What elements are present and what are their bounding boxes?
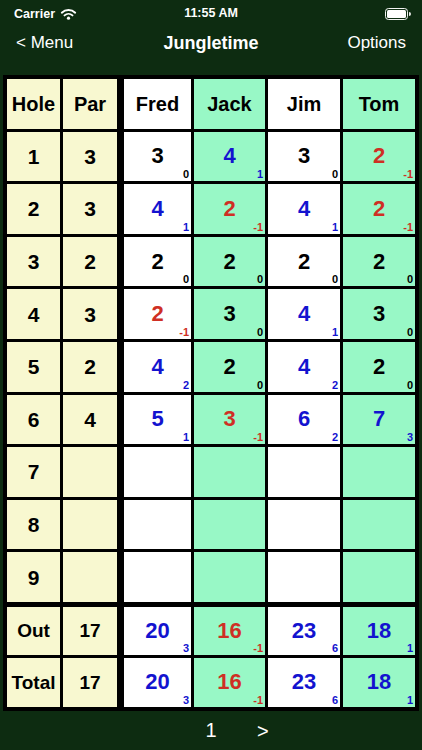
score-value: 2 <box>223 251 235 273</box>
score-cell[interactable]: 73 <box>343 395 415 445</box>
score-to-par: 6 <box>332 695 338 706</box>
score-value: 3 <box>223 408 235 430</box>
score-to-par: -1 <box>253 222 263 233</box>
score-cell: 16-1 <box>194 605 265 655</box>
score-cell[interactable]: 20 <box>343 342 415 392</box>
score-to-par: 0 <box>257 380 263 391</box>
status-bar: Carrier 11:55 AM <box>0 0 422 24</box>
score-to-par: 0 <box>332 169 338 180</box>
score-to-par: 2 <box>332 432 338 443</box>
score-value: 18 <box>367 671 391 693</box>
score-to-par: 6 <box>332 643 338 654</box>
scorecard-grid: HoleParFredJackJimTom133041302-123412-14… <box>3 75 419 711</box>
par-cell: 2 <box>63 237 117 287</box>
score-value: 5 <box>151 408 163 430</box>
score-cell[interactable] <box>194 500 265 550</box>
label-text: 5 <box>28 356 40 377</box>
score-to-par: -1 <box>253 643 263 654</box>
hole-cell: 7 <box>7 447 60 497</box>
score-to-par: 3 <box>407 432 413 443</box>
score-to-par: 3 <box>183 695 189 706</box>
score-value: 4 <box>298 198 310 220</box>
score-cell[interactable]: 51 <box>120 395 191 445</box>
hole-cell: Total <box>7 658 60 708</box>
score-cell: 16-1 <box>194 658 265 708</box>
par-cell: 17 <box>63 658 117 708</box>
score-cell[interactable] <box>268 447 340 497</box>
label-text: 7 <box>28 461 40 482</box>
score-value: 7 <box>373 408 385 430</box>
score-cell[interactable]: 3-1 <box>194 395 265 445</box>
next-page-button[interactable]: > <box>251 718 275 743</box>
score-to-par: 1 <box>407 695 413 706</box>
par-cell <box>63 500 117 550</box>
score-value: 16 <box>217 620 241 642</box>
score-to-par: 1 <box>257 169 263 180</box>
score-cell[interactable] <box>120 447 191 497</box>
label-text: Fred <box>136 94 179 114</box>
label-text: 17 <box>79 673 100 692</box>
score-cell[interactable]: 62 <box>268 395 340 445</box>
par-cell: 3 <box>63 289 117 339</box>
score-value: 3 <box>373 303 385 325</box>
par-cell: 17 <box>63 605 117 655</box>
hole-cell: 2 <box>7 184 60 234</box>
label-text: Jack <box>207 94 252 114</box>
score-cell[interactable]: 20 <box>268 237 340 287</box>
score-to-par: 3 <box>183 643 189 654</box>
score-to-par: 0 <box>183 169 189 180</box>
score-value: 6 <box>298 408 310 430</box>
hole-cell: 5 <box>7 342 60 392</box>
par-cell: 3 <box>63 132 117 182</box>
par-cell: 3 <box>63 184 117 234</box>
page-number: 1 <box>205 719 216 742</box>
score-value: 18 <box>367 620 391 642</box>
label-text: 4 <box>84 409 96 430</box>
column-header-fred: Fred <box>120 79 191 129</box>
score-to-par: 0 <box>257 274 263 285</box>
hole-cell: 3 <box>7 237 60 287</box>
score-cell[interactable]: 20 <box>194 237 265 287</box>
score-cell[interactable] <box>343 500 415 550</box>
score-value: 20 <box>145 671 169 693</box>
score-to-par: -1 <box>179 327 189 338</box>
label-text: Tom <box>359 94 400 114</box>
score-to-par: 0 <box>332 274 338 285</box>
label-text: 2 <box>84 251 96 272</box>
score-value: 2 <box>223 356 235 378</box>
score-cell: 203 <box>120 605 191 655</box>
score-to-par: 0 <box>257 327 263 338</box>
label-text: 9 <box>28 567 40 588</box>
score-cell: 236 <box>268 605 340 655</box>
score-cell[interactable]: 30 <box>268 132 340 182</box>
label-text: 1 <box>28 146 40 167</box>
label-text: 8 <box>28 514 40 535</box>
label-text: 2 <box>84 356 96 377</box>
score-to-par: 1 <box>332 327 338 338</box>
hole-cell: 8 <box>7 500 60 550</box>
score-value: 4 <box>223 145 235 167</box>
score-cell[interactable]: 41 <box>268 184 340 234</box>
label-text: 6 <box>28 409 40 430</box>
score-value: 2 <box>373 145 385 167</box>
score-to-par: 2 <box>332 380 338 391</box>
score-cell[interactable] <box>343 552 415 602</box>
column-header-jim: Jim <box>268 79 340 129</box>
score-to-par: 1 <box>183 432 189 443</box>
score-value: 2 <box>151 251 163 273</box>
score-cell: 181 <box>343 605 415 655</box>
score-value: 2 <box>373 356 385 378</box>
score-value: 3 <box>151 145 163 167</box>
score-cell[interactable]: 41 <box>120 184 191 234</box>
score-value: 2 <box>223 198 235 220</box>
score-cell[interactable]: 2-1 <box>343 132 415 182</box>
score-cell[interactable]: 20 <box>120 237 191 287</box>
label-text: 3 <box>28 251 40 272</box>
score-value: 3 <box>298 145 310 167</box>
score-value: 4 <box>298 303 310 325</box>
score-cell[interactable] <box>343 447 415 497</box>
score-cell: 181 <box>343 658 415 708</box>
label-text: 17 <box>79 621 100 640</box>
score-cell[interactable]: 30 <box>194 289 265 339</box>
menu-back-button[interactable]: < Menu <box>16 33 73 53</box>
score-to-par: -1 <box>403 169 413 180</box>
column-header-par: Par <box>63 79 117 129</box>
options-button[interactable]: Options <box>347 33 406 53</box>
battery-icon <box>385 8 408 20</box>
score-cell[interactable] <box>120 552 191 602</box>
score-cell[interactable]: 41 <box>194 132 265 182</box>
score-cell[interactable]: 2-1 <box>120 289 191 339</box>
score-cell[interactable]: 30 <box>120 132 191 182</box>
score-to-par: 0 <box>407 380 413 391</box>
page-bar: 1 > <box>0 711 422 750</box>
label-text: 3 <box>84 304 96 325</box>
score-cell[interactable]: 41 <box>268 289 340 339</box>
score-to-par: 1 <box>332 222 338 233</box>
label-text: 2 <box>28 198 40 219</box>
score-cell[interactable]: 20 <box>194 342 265 392</box>
hole-cell: Out <box>7 605 60 655</box>
score-value: 16 <box>217 671 241 693</box>
score-value: 3 <box>223 303 235 325</box>
score-cell[interactable] <box>120 500 191 550</box>
app-root: Carrier 11:55 AM Jungletime < Menu Optio… <box>0 0 422 750</box>
score-to-par: 0 <box>407 274 413 285</box>
score-to-par: -1 <box>253 695 263 706</box>
label-text: 3 <box>84 146 96 167</box>
score-to-par: -1 <box>253 432 263 443</box>
score-value: 23 <box>292 671 316 693</box>
score-cell[interactable]: 42 <box>120 342 191 392</box>
score-value: 2 <box>373 251 385 273</box>
par-cell: 4 <box>63 395 117 445</box>
score-cell[interactable] <box>194 552 265 602</box>
hole-cell: 1 <box>7 132 60 182</box>
par-cell <box>63 447 117 497</box>
column-header-hole: Hole <box>7 79 60 129</box>
score-to-par: 0 <box>183 274 189 285</box>
par-cell: 2 <box>63 342 117 392</box>
score-cell: 236 <box>268 658 340 708</box>
score-cell[interactable]: 20 <box>343 237 415 287</box>
score-cell[interactable] <box>268 500 340 550</box>
hole-cell: 6 <box>7 395 60 445</box>
score-to-par: 1 <box>183 222 189 233</box>
score-to-par: 1 <box>407 643 413 654</box>
label-text: Out <box>17 621 50 640</box>
score-cell: 203 <box>120 658 191 708</box>
score-cell[interactable]: 2-1 <box>194 184 265 234</box>
column-header-jack: Jack <box>194 79 265 129</box>
score-value: 2 <box>151 303 163 325</box>
nav-bar: Jungletime < Menu Options <box>0 24 422 62</box>
score-cell[interactable]: 42 <box>268 342 340 392</box>
label-text: 4 <box>28 304 40 325</box>
score-cell[interactable] <box>268 552 340 602</box>
status-time: 11:55 AM <box>0 6 422 20</box>
column-header-tom: Tom <box>343 79 415 129</box>
par-cell <box>63 552 117 602</box>
score-to-par: -1 <box>403 222 413 233</box>
hole-cell: 9 <box>7 552 60 602</box>
score-cell[interactable]: 30 <box>343 289 415 339</box>
score-cell[interactable]: 2-1 <box>343 184 415 234</box>
hole-cell: 4 <box>7 289 60 339</box>
score-to-par: 0 <box>407 327 413 338</box>
score-value: 4 <box>151 198 163 220</box>
label-text: Jim <box>287 94 321 114</box>
score-to-par: 2 <box>183 380 189 391</box>
label-text: Hole <box>12 94 55 114</box>
score-cell[interactable] <box>194 447 265 497</box>
score-value: 2 <box>298 251 310 273</box>
score-value: 2 <box>373 198 385 220</box>
score-value: 23 <box>292 620 316 642</box>
label-text: Par <box>74 94 106 114</box>
score-value: 20 <box>145 620 169 642</box>
score-value: 4 <box>298 356 310 378</box>
score-value: 4 <box>151 356 163 378</box>
label-text: 3 <box>84 198 96 219</box>
label-text: Total <box>12 673 56 692</box>
